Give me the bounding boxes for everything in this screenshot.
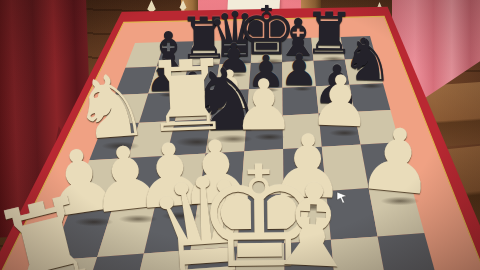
chess-3d-scene: ♜♛♚♝♜♝♟♟♟♟♟♞♟♟♟♞♞♜♟♟♟♟♟♟♟♟♜♛♚♝ [0, 0, 480, 270]
mouse-cursor [336, 191, 350, 205]
piece-white-bishop-f1[interactable]: ♝ [258, 167, 365, 270]
piece-white-pawn-h2[interactable]: ♟ [354, 114, 440, 208]
